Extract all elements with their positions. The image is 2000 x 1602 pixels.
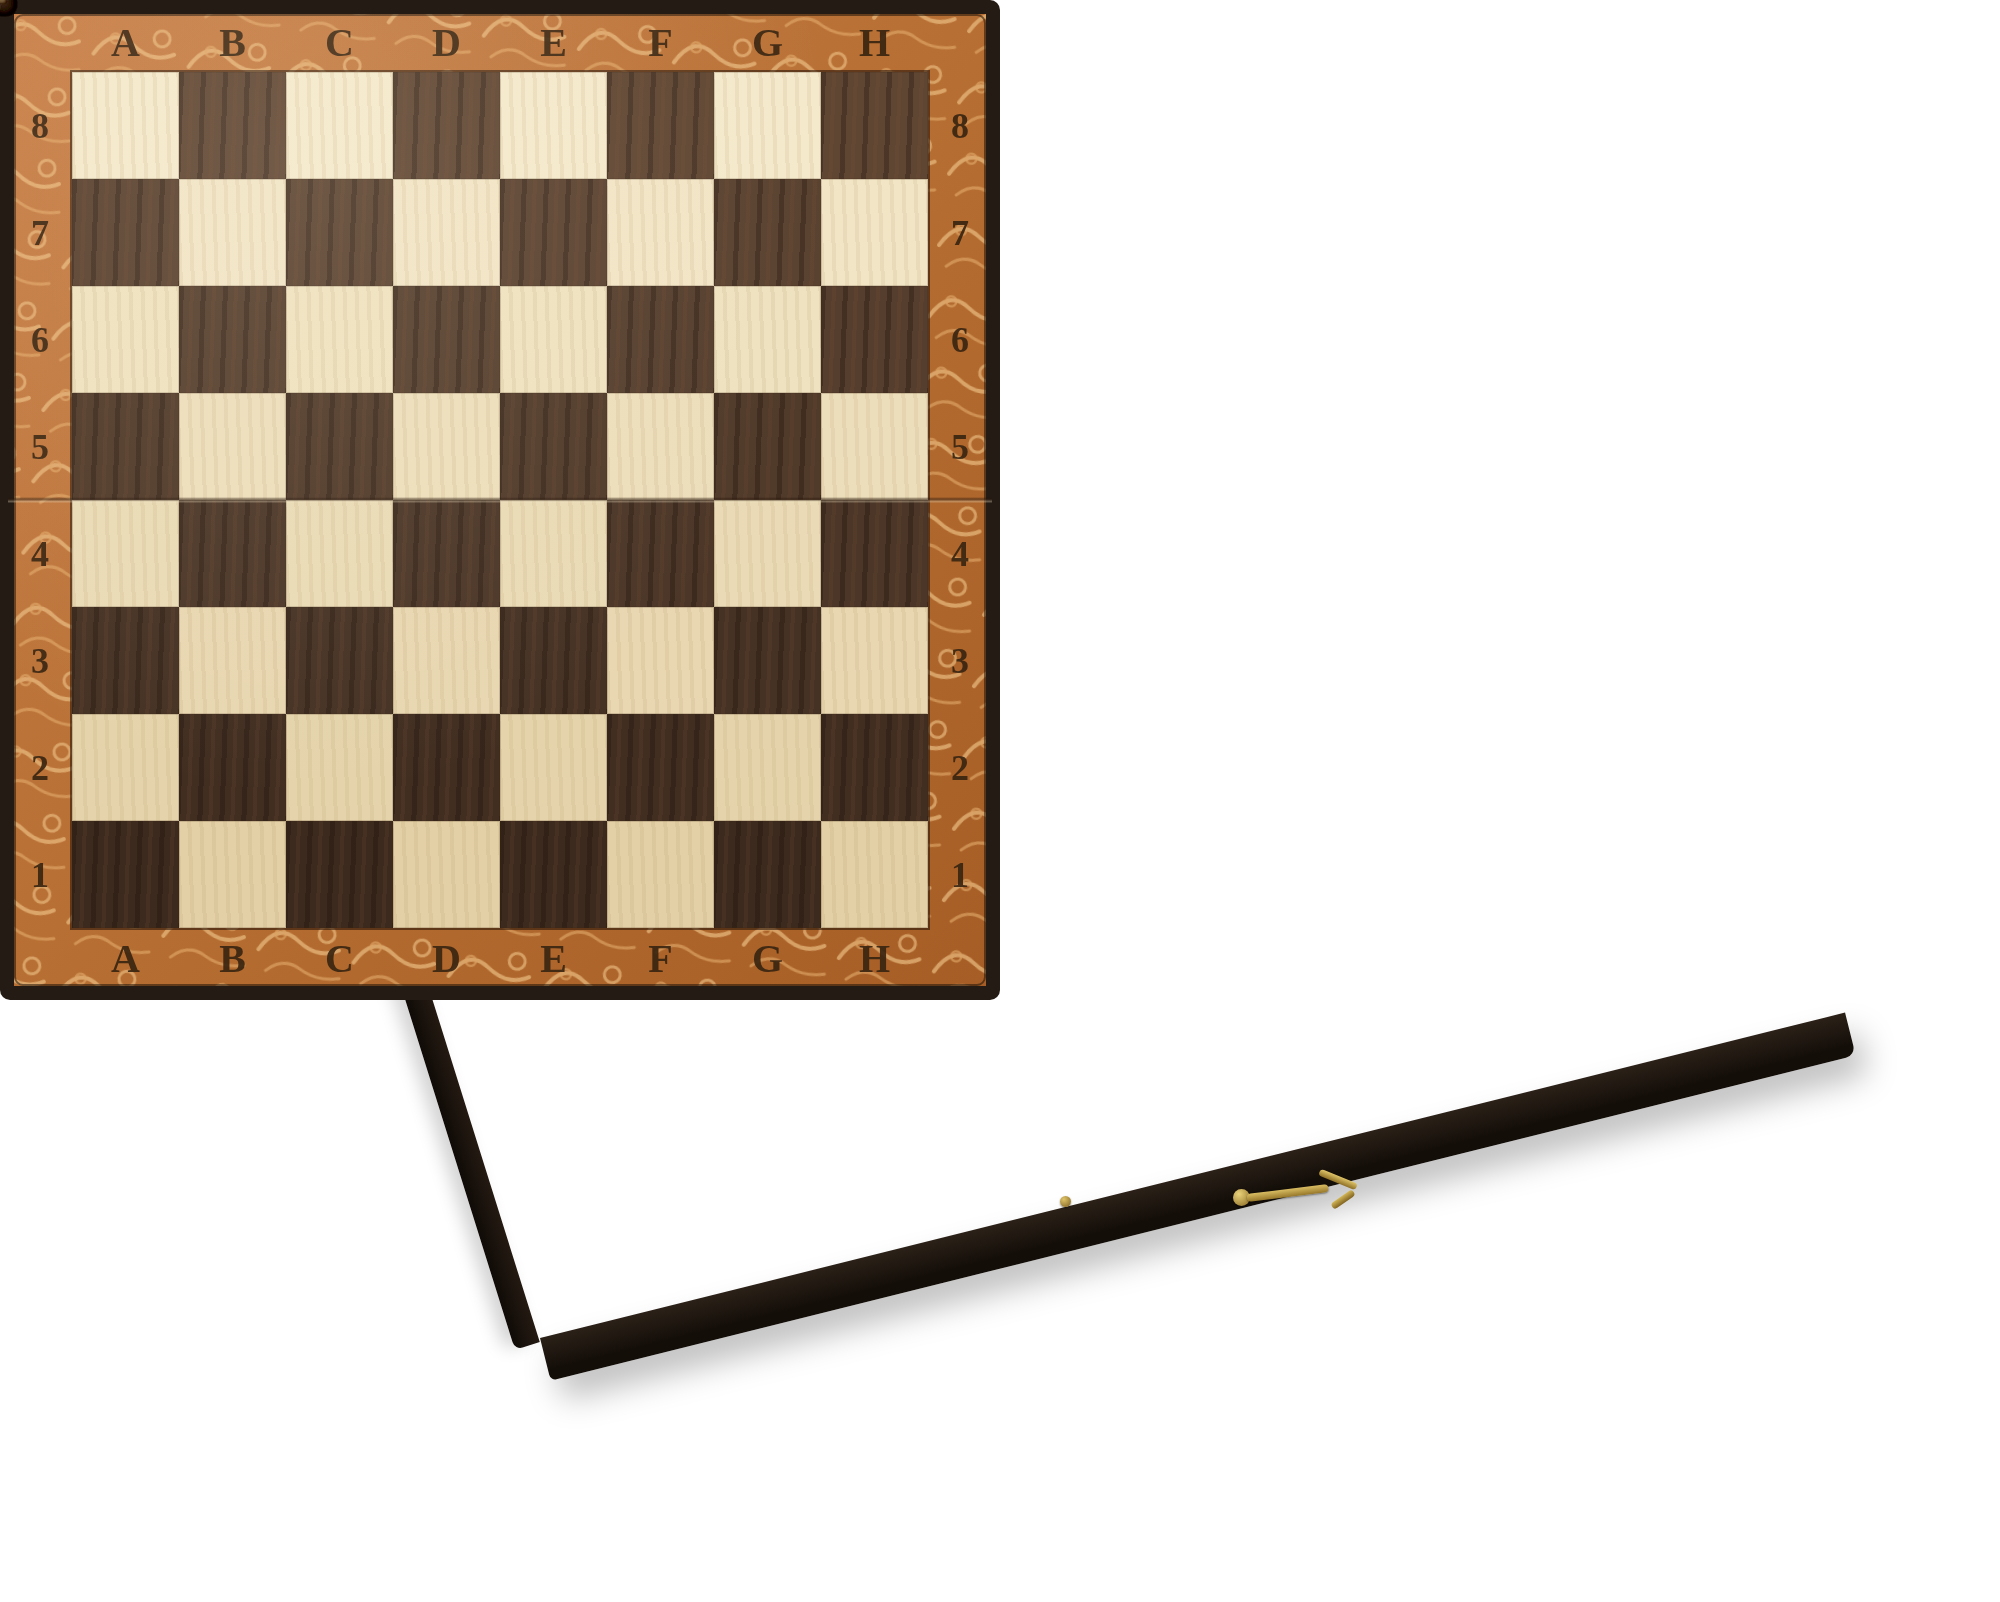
piece-white-rook-h1[interactable]: ♜ xyxy=(0,0,7,3)
pieces-layer: ♜♞♝♛♚♝♞♜♟♟♟♟♟♟♟♟♟♟♟♟♟♟♟♟♜♞♝♛♚♝♞♜ xyxy=(0,0,2000,1602)
brass-pin-icon xyxy=(1060,1196,1071,1207)
product-photo-stage: 88AA77BB66CC55DD44EE33FF22GG11HH ♜♞♝♛♚♝♞… xyxy=(0,0,2000,1602)
